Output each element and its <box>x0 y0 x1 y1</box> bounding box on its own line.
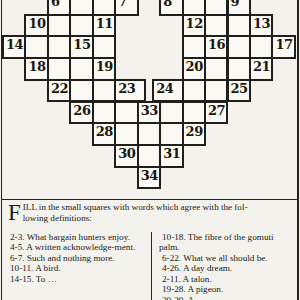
cell-number: 23 <box>116 81 143 95</box>
cell-number: 8 <box>161 0 181 8</box>
cell-number: 19 <box>94 59 114 73</box>
grid-cell-r3c13[interactable]: 17 <box>271 35 295 59</box>
grid-cell-r3c10[interactable]: 16 <box>204 35 228 59</box>
grid-cell-r6c9[interactable] <box>182 101 206 125</box>
cell-number: 14 <box>4 37 24 51</box>
grid-cell-r6c4[interactable]: 26 <box>69 101 93 125</box>
cell-number: 30 <box>116 146 136 160</box>
grid-cell-r7c6[interactable] <box>114 122 138 146</box>
clue-partial: 20-29. A … <box>159 295 291 300</box>
puzzle-board: 6789101112131415161718192021222324252633… <box>0 0 300 200</box>
cell-number: 21 <box>251 59 271 73</box>
clue-list-right: 10-18. The fibre of the gomuti palm. 6-2… <box>159 232 291 300</box>
clue-column-divider <box>151 232 152 300</box>
cell-number: 7 <box>116 0 136 8</box>
grid-cell-r8c6[interactable]: 30 <box>114 144 138 168</box>
instructions-line1: ILL in the small squares with words whic… <box>8 202 296 213</box>
grid-cell-r4c5[interactable]: 19 <box>92 57 116 81</box>
grid-cell-r3c3[interactable] <box>47 35 71 59</box>
clue: 6-22. What we all should be. <box>159 253 291 264</box>
clue: 6-7. Such and nothing more. <box>7 253 137 264</box>
grid-cell-r1c8[interactable]: 8 <box>159 0 183 16</box>
grid-cell-r6c5[interactable] <box>92 101 116 125</box>
grid-cell-r3c1[interactable]: 14 <box>2 35 26 59</box>
grid-cell-r6c6[interactable] <box>114 101 138 125</box>
instructions: F ILL in the small squares with words wh… <box>8 202 296 224</box>
cell-number: 11 <box>94 16 114 30</box>
grid-cell-r2c4[interactable] <box>69 14 93 38</box>
cell-number: 15 <box>71 37 91 51</box>
grid-cell-r2c11[interactable] <box>227 14 251 38</box>
grid-cell-r3c11[interactable] <box>227 35 251 59</box>
grid-cell-r2c12[interactable]: 13 <box>249 14 273 38</box>
grid-cell-r6c8[interactable] <box>159 101 183 125</box>
grid-cell-r3c4[interactable]: 15 <box>69 35 93 59</box>
clue: 10-18. The fibre of the gomuti palm. <box>159 232 291 253</box>
grid-cell-r5c4[interactable] <box>69 79 93 103</box>
grid-cell-r5c5[interactable] <box>92 79 116 103</box>
grid-cell-r7c7[interactable] <box>137 122 161 146</box>
cell-number: 6 <box>49 0 69 8</box>
clue: 2-3. What bargain hunters enjoy. <box>7 232 137 243</box>
cell-number: 10 <box>26 16 46 30</box>
grid-cell-r3c2[interactable] <box>24 35 48 59</box>
grid-cell-r6c7[interactable]: 33 <box>137 101 161 125</box>
cell-number: 27 <box>206 103 226 117</box>
section-rule <box>2 199 298 201</box>
grid-cell-r1c6[interactable]: 7 <box>114 0 138 16</box>
cell-number: 34 <box>139 168 159 182</box>
cell-number: 18 <box>26 59 46 73</box>
clue: 2-11. A talon. <box>159 274 291 285</box>
grid-cell-r4c4[interactable] <box>69 57 93 81</box>
grid-cell-r5c11[interactable]: 25 <box>227 79 251 103</box>
cell-number: 29 <box>184 124 204 138</box>
grid-cell-r2c5[interactable]: 11 <box>92 14 116 38</box>
instructions-line2: lowing definitions: <box>8 213 296 224</box>
cell-number: 20 <box>184 59 204 73</box>
grid-cell-r2c9[interactable]: 12 <box>182 14 206 38</box>
clue-partial: 14-15. To … <box>7 274 137 285</box>
grid-cell-r5c8[interactable]: 24 <box>152 79 183 103</box>
scanned-puzzle-page: 6789101112131415161718192021222324252633… <box>0 0 300 300</box>
cell-number: 16 <box>206 37 226 51</box>
cell-number: 28 <box>94 124 114 138</box>
cell-number: 13 <box>251 16 271 30</box>
drop-cap: F <box>8 203 21 222</box>
grid-cell-r5c9[interactable] <box>182 79 206 103</box>
clue: 10-11. A bird. <box>7 263 137 274</box>
grid-cell-r3c9[interactable] <box>182 35 206 59</box>
cell-number: 22 <box>49 81 69 95</box>
grid-cell-r4c9[interactable]: 20 <box>182 57 206 81</box>
grid-cell-r5c6[interactable]: 23 <box>114 79 145 103</box>
grid-cell-r3c12[interactable] <box>249 35 273 59</box>
grid-cell-r2c2[interactable]: 10 <box>24 14 48 38</box>
grid-cell-r7c8[interactable] <box>159 122 183 146</box>
grid-cell-r4c10[interactable] <box>204 57 228 81</box>
cell-number: 17 <box>273 37 293 51</box>
grid-cell-r8c8[interactable]: 31 <box>159 144 183 168</box>
grid-cell-r7c5[interactable]: 28 <box>92 122 116 146</box>
clue: 19-28. A pigeon. <box>159 284 291 295</box>
grid-cell-r8c7[interactable] <box>137 144 161 168</box>
grid-cell-r4c12[interactable]: 21 <box>249 57 273 81</box>
grid-cell-r2c10[interactable] <box>204 14 228 38</box>
cell-number: 26 <box>71 103 91 117</box>
cell-number: 24 <box>154 81 181 95</box>
clue: 4-26. A day dream. <box>159 263 291 274</box>
cell-number: 25 <box>229 81 249 95</box>
grid-cell-r4c3[interactable] <box>47 57 71 81</box>
grid-cell-r7c9[interactable]: 29 <box>182 122 206 146</box>
grid-cell-r5c3[interactable]: 22 <box>47 79 71 103</box>
clue-list-left: 2-3. What bargain hunters enjoy. 4-5. A … <box>7 232 137 285</box>
grid-cell-r4c2[interactable]: 18 <box>24 57 48 81</box>
cell-number: 31 <box>161 146 181 160</box>
grid-cell-r6c10[interactable]: 27 <box>204 101 228 125</box>
grid-cell-r2c3[interactable] <box>47 14 71 38</box>
cell-number: 12 <box>184 16 204 30</box>
grid-cell-r5c10[interactable] <box>204 79 228 103</box>
grid-cell-r3c5[interactable] <box>92 35 116 59</box>
grid-cell-r9c7[interactable]: 34 <box>137 166 161 190</box>
cell-number: 33 <box>139 103 159 117</box>
cell-number: 9 <box>229 0 249 8</box>
grid-cell-r4c11[interactable] <box>227 57 251 81</box>
clue: 4-5. A written acknowledge-ment. <box>7 242 137 253</box>
